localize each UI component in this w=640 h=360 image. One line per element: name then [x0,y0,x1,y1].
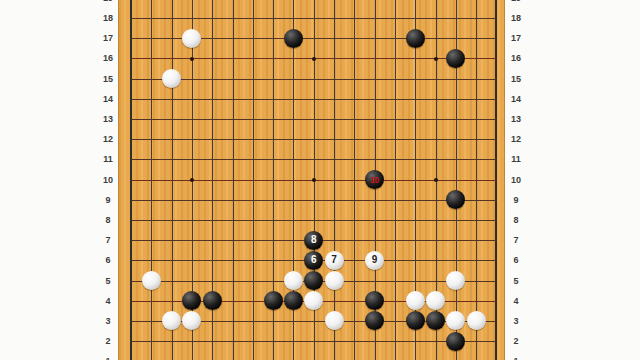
row-label-left-19: 19 [97,0,119,3]
go-board: 108679 [118,0,505,360]
move-number-9: 9 [372,255,378,265]
stone-black-P17 [406,29,425,48]
stone-black-P3 [406,311,425,330]
stone-black-N10: 10 [365,170,384,189]
stone-black-N3 [365,311,384,330]
star-point-D16 [190,57,194,61]
row-label-left-12: 12 [97,134,119,144]
stone-black-R9 [446,190,465,209]
row-label-left-11: 11 [97,154,119,164]
stone-black-K7: 8 [304,231,323,250]
grid-line-row-8 [131,220,497,221]
star-point-D10 [190,178,194,182]
row-label-left-18: 18 [97,13,119,23]
row-label-left-14: 14 [97,94,119,104]
row-label-right-3: 3 [505,316,527,326]
row-label-right-12: 12 [505,134,527,144]
row-label-left-5: 5 [97,276,119,286]
stone-white-N6: 9 [365,251,384,270]
row-label-right-11: 11 [505,154,527,164]
stone-white-L6: 7 [325,251,344,270]
row-label-right-18: 18 [505,13,527,23]
row-label-right-17: 17 [505,33,527,43]
grid-line-row-9 [131,200,497,201]
stone-white-R3 [446,311,465,330]
stone-white-S3 [467,311,486,330]
grid-line-row-18 [131,18,497,19]
star-point-Q16 [434,57,438,61]
grid-line-row-11 [131,159,497,160]
row-label-right-8: 8 [505,215,527,225]
row-label-right-19: 19 [505,0,527,3]
stone-black-H4 [264,291,283,310]
row-label-right-5: 5 [505,276,527,286]
row-label-right-4: 4 [505,296,527,306]
row-label-left-9: 9 [97,195,119,205]
stone-white-K4 [304,291,323,310]
stone-black-J4 [284,291,303,310]
stone-white-P4 [406,291,425,310]
row-label-left-2: 2 [97,336,119,346]
stone-white-R5 [446,271,465,290]
row-label-left-15: 15 [97,74,119,84]
grid-line-row-2 [131,341,497,342]
row-label-left-17: 17 [97,33,119,43]
row-label-left-6: 6 [97,255,119,265]
move-number-10: 10 [370,175,378,185]
stone-black-E4 [203,291,222,310]
stone-black-D4 [182,291,201,310]
row-label-right-10: 10 [505,175,527,185]
go-diagram-page: 108679 191918181717161615151414131312121… [0,0,640,360]
row-label-left-13: 13 [97,114,119,124]
row-label-left-4: 4 [97,296,119,306]
row-label-right-9: 9 [505,195,527,205]
stone-black-R16 [446,49,465,68]
stone-white-C15 [162,69,181,88]
row-label-left-3: 3 [97,316,119,326]
stone-black-J17 [284,29,303,48]
row-label-right-14: 14 [505,94,527,104]
move-number-6: 6 [311,255,317,265]
grid-line-row-13 [131,119,497,120]
grid-line-row-12 [131,139,497,140]
row-label-left-1: 1 [97,356,119,360]
row-label-left-7: 7 [97,235,119,245]
row-label-right-1: 1 [505,356,527,360]
move-number-7: 7 [331,255,337,265]
star-point-K10 [312,178,316,182]
stone-white-B5 [142,271,161,290]
stone-white-D17 [182,29,201,48]
row-label-left-16: 16 [97,53,119,63]
grid-line-row-15 [131,79,497,80]
row-label-right-16: 16 [505,53,527,63]
row-label-right-7: 7 [505,235,527,245]
stone-white-L3 [325,311,344,330]
stone-black-Q3 [426,311,445,330]
stone-white-D3 [182,311,201,330]
stone-black-K5 [304,271,323,290]
move-number-8: 8 [311,235,317,245]
stone-white-Q4 [426,291,445,310]
row-label-left-10: 10 [97,175,119,185]
star-point-K16 [312,57,316,61]
grid-line-row-14 [131,99,497,100]
stone-white-L5 [325,271,344,290]
row-label-right-6: 6 [505,255,527,265]
row-label-right-15: 15 [505,74,527,84]
stone-black-N4 [365,291,384,310]
row-label-right-13: 13 [505,114,527,124]
stone-black-K6: 6 [304,251,323,270]
stone-white-J5 [284,271,303,290]
row-label-right-2: 2 [505,336,527,346]
stone-black-R2 [446,332,465,351]
row-label-left-8: 8 [97,215,119,225]
stone-white-C3 [162,311,181,330]
star-point-Q10 [434,178,438,182]
